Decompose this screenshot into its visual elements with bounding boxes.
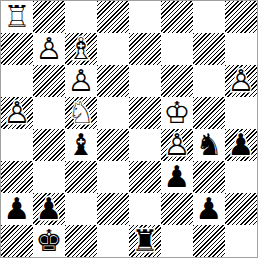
square-h4[interactable]: ♟♟ — [225, 129, 257, 161]
white-bishop-icon[interactable]: ♗ — [65, 33, 97, 65]
white-king-icon[interactable]: ♔ — [161, 97, 193, 129]
white-rook-icon[interactable]: ♖ — [1, 1, 33, 33]
white-king-halo: ♚ — [161, 97, 193, 129]
black-pawn-halo: ♟ — [225, 129, 257, 161]
square-d8[interactable] — [97, 1, 129, 33]
white-knight-halo: ♞ — [65, 97, 97, 129]
black-bishop-icon[interactable]: ♝ — [65, 129, 97, 161]
black-pawn-icon[interactable]: ♟ — [33, 193, 65, 225]
square-g2[interactable]: ♟♟ — [193, 193, 225, 225]
black-pawn-halo: ♟ — [161, 161, 193, 193]
square-a2[interactable]: ♟♟ — [1, 193, 33, 225]
square-e7[interactable] — [129, 33, 161, 65]
square-g6[interactable] — [193, 65, 225, 97]
square-a8[interactable]: ♜♖ — [1, 1, 33, 33]
square-h2[interactable] — [225, 193, 257, 225]
square-d2[interactable] — [97, 193, 129, 225]
black-pawn-halo: ♟ — [1, 193, 33, 225]
square-b6[interactable] — [33, 65, 65, 97]
square-h8[interactable] — [225, 1, 257, 33]
white-pawn-icon[interactable]: ♙ — [33, 33, 65, 65]
square-a1[interactable] — [1, 225, 33, 257]
white-pawn-halo: ♟ — [225, 65, 257, 97]
chess-board: ♜♖♟♙♝♗♟♙♟♙♟♙♞♘♚♔♝♝♟♙♞♞♟♟♟♟♟♟♟♟♟♟♚♚♜♜ — [0, 0, 258, 258]
square-h6[interactable]: ♟♙ — [225, 65, 257, 97]
square-g4[interactable]: ♞♞ — [193, 129, 225, 161]
square-a3[interactable] — [1, 161, 33, 193]
black-rook-halo: ♜ — [129, 225, 161, 257]
square-b4[interactable] — [33, 129, 65, 161]
square-f4[interactable]: ♟♙ — [161, 129, 193, 161]
white-pawn-halo: ♟ — [65, 65, 97, 97]
square-a6[interactable] — [1, 65, 33, 97]
square-d1[interactable] — [97, 225, 129, 257]
square-e3[interactable] — [129, 161, 161, 193]
square-a4[interactable] — [1, 129, 33, 161]
square-d4[interactable] — [97, 129, 129, 161]
square-a7[interactable] — [1, 33, 33, 65]
square-c1[interactable] — [65, 225, 97, 257]
black-knight-icon[interactable]: ♞ — [193, 129, 225, 161]
black-pawn-icon[interactable]: ♟ — [1, 193, 33, 225]
square-g3[interactable] — [193, 161, 225, 193]
square-e2[interactable] — [129, 193, 161, 225]
white-pawn-halo: ♟ — [161, 129, 193, 161]
black-knight-halo: ♞ — [193, 129, 225, 161]
square-g1[interactable] — [193, 225, 225, 257]
black-pawn-halo: ♟ — [33, 193, 65, 225]
square-c7[interactable]: ♝♗ — [65, 33, 97, 65]
square-c6[interactable]: ♟♙ — [65, 65, 97, 97]
square-e6[interactable] — [129, 65, 161, 97]
square-f8[interactable] — [161, 1, 193, 33]
white-bishop-halo: ♝ — [65, 33, 97, 65]
white-pawn-halo: ♟ — [33, 33, 65, 65]
white-knight-icon[interactable]: ♘ — [65, 97, 97, 129]
black-pawn-icon[interactable]: ♟ — [193, 193, 225, 225]
black-king-halo: ♚ — [33, 225, 65, 257]
square-f3[interactable]: ♟♟ — [161, 161, 193, 193]
black-bishop-halo: ♝ — [65, 129, 97, 161]
white-pawn-icon[interactable]: ♙ — [65, 65, 97, 97]
white-pawn-icon[interactable]: ♙ — [225, 65, 257, 97]
square-d6[interactable] — [97, 65, 129, 97]
square-f6[interactable] — [161, 65, 193, 97]
square-c3[interactable] — [65, 161, 97, 193]
square-b5[interactable] — [33, 97, 65, 129]
square-f1[interactable] — [161, 225, 193, 257]
square-e4[interactable] — [129, 129, 161, 161]
square-c4[interactable]: ♝♝ — [65, 129, 97, 161]
square-b3[interactable] — [33, 161, 65, 193]
black-pawn-halo: ♟ — [193, 193, 225, 225]
square-h1[interactable] — [225, 225, 257, 257]
square-e1[interactable]: ♜♜ — [129, 225, 161, 257]
square-g8[interactable] — [193, 1, 225, 33]
square-c2[interactable] — [65, 193, 97, 225]
white-pawn-halo: ♟ — [1, 97, 33, 129]
square-b2[interactable]: ♟♟ — [33, 193, 65, 225]
black-king-icon[interactable]: ♚ — [33, 225, 65, 257]
white-pawn-icon[interactable]: ♙ — [1, 97, 33, 129]
black-rook-icon[interactable]: ♜ — [129, 225, 161, 257]
square-h5[interactable] — [225, 97, 257, 129]
square-b1[interactable]: ♚♚ — [33, 225, 65, 257]
square-f5[interactable]: ♚♔ — [161, 97, 193, 129]
white-rook-halo: ♜ — [1, 1, 33, 33]
black-pawn-icon[interactable]: ♟ — [225, 129, 257, 161]
square-h7[interactable] — [225, 33, 257, 65]
square-e5[interactable] — [129, 97, 161, 129]
square-g7[interactable] — [193, 33, 225, 65]
square-d7[interactable] — [97, 33, 129, 65]
square-h3[interactable] — [225, 161, 257, 193]
square-e8[interactable] — [129, 1, 161, 33]
square-f2[interactable] — [161, 193, 193, 225]
square-b8[interactable] — [33, 1, 65, 33]
white-pawn-icon[interactable]: ♙ — [161, 129, 193, 161]
square-d5[interactable] — [97, 97, 129, 129]
black-pawn-icon[interactable]: ♟ — [161, 161, 193, 193]
square-d3[interactable] — [97, 161, 129, 193]
square-a5[interactable]: ♟♙ — [1, 97, 33, 129]
square-f7[interactable] — [161, 33, 193, 65]
square-c5[interactable]: ♞♘ — [65, 97, 97, 129]
square-c8[interactable] — [65, 1, 97, 33]
square-g5[interactable] — [193, 97, 225, 129]
square-b7[interactable]: ♟♙ — [33, 33, 65, 65]
